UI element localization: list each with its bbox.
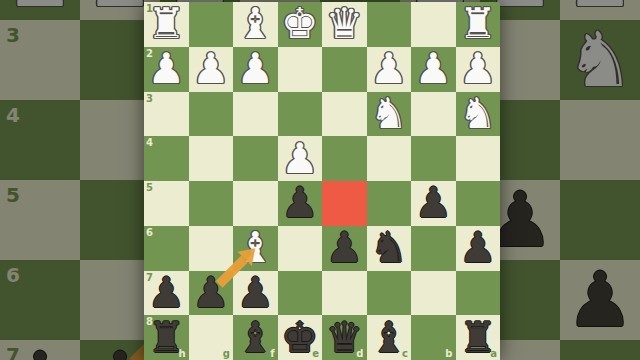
square-d5[interactable] [322,181,367,226]
rank-label-8: 8 [146,316,153,327]
white-knight: ♞ [566,22,634,98]
square-d3[interactable] [322,92,367,137]
square-g1[interactable] [189,2,234,47]
square-h7[interactable]: 7♟ [144,271,189,316]
white-rook[interactable]: ♜ [459,3,497,45]
square-c5[interactable] [367,181,412,226]
square-b8[interactable]: b [411,315,456,360]
black-pawn[interactable]: ♟ [147,272,185,314]
square-c1[interactable] [367,2,412,47]
file-label-g: g [223,348,230,359]
square-a4 [560,100,640,180]
square-c3[interactable]: ♞ [367,92,412,137]
square-a2: ♟ [560,0,640,20]
square-c8[interactable]: c♝ [367,315,412,360]
square-e6[interactable] [278,226,323,271]
square-g2[interactable]: ♟ [189,47,234,92]
square-h5: 5 [0,180,80,260]
square-h4: 4 [0,100,80,180]
square-e3[interactable] [278,92,323,137]
file-label-f: f [270,348,274,359]
white-pawn[interactable]: ♟ [281,138,319,180]
rank-label-5: 5 [6,183,20,207]
square-g8[interactable]: g [189,315,234,360]
rank-label-2: 2 [146,48,153,59]
square-h1[interactable]: 1♜ [144,2,189,47]
square-g5[interactable] [189,181,234,226]
white-king[interactable]: ♚ [281,3,319,45]
square-e1[interactable]: ♚ [278,2,323,47]
square-a7 [560,340,640,360]
file-label-b: b [445,348,452,359]
square-e7[interactable] [278,271,323,316]
square-g4[interactable] [189,136,234,181]
white-pawn[interactable]: ♟ [370,48,408,90]
square-g6[interactable] [189,226,234,271]
square-h2: 2♟ [0,0,80,20]
square-e2[interactable] [278,47,323,92]
square-h3[interactable]: 3 [144,92,189,137]
square-h3: 3 [0,20,80,100]
white-pawn[interactable]: ♟ [414,48,452,90]
square-c6[interactable]: ♞ [367,226,412,271]
white-pawn[interactable]: ♟ [147,48,185,90]
black-pawn: ♟ [566,262,634,338]
black-pawn[interactable]: ♟ [281,182,319,224]
rank-label-4: 4 [6,103,20,127]
square-f5[interactable] [233,181,278,226]
square-b2[interactable]: ♟ [411,47,456,92]
white-knight[interactable]: ♞ [459,93,497,135]
square-d1[interactable]: ♛ [322,2,367,47]
file-label-h: h [178,348,185,359]
white-queen[interactable]: ♛ [325,3,363,45]
white-pawn[interactable]: ♟ [459,48,497,90]
white-bishop[interactable]: ♝ [236,227,274,269]
rank-label-3: 3 [6,23,20,47]
square-g7[interactable]: ♟ [189,271,234,316]
white-pawn: ♟ [566,0,634,18]
square-a1[interactable]: ♜ [456,2,501,47]
square-d6[interactable]: ♟ [322,226,367,271]
rank-label-6: 6 [6,263,20,287]
square-a4[interactable] [456,136,501,181]
square-f4[interactable] [233,136,278,181]
white-pawn[interactable]: ♟ [236,48,274,90]
black-bishop[interactable]: ♝ [236,317,274,359]
square-c4[interactable] [367,136,412,181]
black-knight[interactable]: ♞ [370,227,408,269]
square-a6[interactable]: ♟ [456,226,501,271]
square-f7[interactable]: ♟ [233,271,278,316]
square-b6[interactable] [411,226,456,271]
rank-label-3: 3 [146,93,153,104]
square-e4[interactable]: ♟ [278,136,323,181]
white-bishop[interactable]: ♝ [236,3,274,45]
rank-label-7: 7 [146,272,153,283]
square-a3[interactable]: ♞ [456,92,501,137]
square-d7[interactable] [322,271,367,316]
square-f1[interactable]: ♝ [233,2,278,47]
square-h8[interactable]: 8h♜ [144,315,189,360]
square-h6: 6 [0,260,80,340]
square-f8[interactable]: f♝ [233,315,278,360]
square-f6[interactable]: ♝ [233,226,278,271]
square-b4[interactable] [411,136,456,181]
square-e8[interactable]: e♚ [278,315,323,360]
white-knight[interactable]: ♞ [370,93,408,135]
white-rook[interactable]: ♜ [147,3,185,45]
square-a3: ♞ [560,20,640,100]
square-e5[interactable]: ♟ [278,181,323,226]
square-h5[interactable]: 5 [144,181,189,226]
square-a7[interactable] [456,271,501,316]
square-d2[interactable] [322,47,367,92]
rank-label-1: 1 [146,3,153,14]
rank-label-6: 6 [146,227,153,238]
black-pawn[interactable]: ♟ [459,227,497,269]
white-pawn[interactable]: ♟ [192,48,230,90]
chess-board[interactable]: 1♜♝♚♛♜2♟♟♟♟♟♟3♞♞4♟5♟♟6♝♟♞♟7♟♟♟8h♜gf♝e♚d♛… [144,2,500,360]
square-g3[interactable] [189,92,234,137]
square-c7[interactable] [367,271,412,316]
square-d4[interactable] [322,136,367,181]
black-pawn[interactable]: ♟ [414,182,452,224]
black-pawn[interactable]: ♟ [236,272,274,314]
video-frame: 1♜♝♚♛♜2♟♟♟♟♟♟3♞♞4♟5♟♟6♝♟♞♟7♟♟♟8h♜gf♝e♚d♛… [0,0,640,360]
square-h6[interactable]: 6 [144,226,189,271]
square-a2[interactable]: ♟ [456,47,501,92]
file-label-d: d [356,348,363,359]
file-label-c: c [402,348,408,359]
square-b7[interactable] [411,271,456,316]
square-a5 [560,180,640,260]
square-f3[interactable] [233,92,278,137]
square-b3[interactable] [411,92,456,137]
file-label-a: a [490,348,497,359]
white-pawn: ♟ [6,0,74,18]
rank-label-5: 5 [146,182,153,193]
square-h4[interactable]: 4 [144,136,189,181]
black-pawn[interactable]: ♟ [192,272,230,314]
square-h7: 7♟ [0,340,80,360]
square-b1[interactable] [411,2,456,47]
rank-label-7: 7 [6,343,20,360]
square-b5[interactable]: ♟ [411,181,456,226]
square-a8[interactable]: a♜ [456,315,501,360]
square-a6: ♟ [560,260,640,340]
square-d8[interactable]: d♛ [322,315,367,360]
black-pawn[interactable]: ♟ [325,227,363,269]
square-a5[interactable] [456,181,501,226]
square-h2[interactable]: 2♟ [144,47,189,92]
rank-label-4: 4 [146,137,153,148]
square-f2[interactable]: ♟ [233,47,278,92]
square-c2[interactable]: ♟ [367,47,412,92]
file-label-e: e [312,348,319,359]
